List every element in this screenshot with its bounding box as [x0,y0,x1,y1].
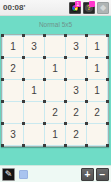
grid-cell[interactable] [3,80,23,101]
grid-cell[interactable]: 1 [45,58,65,79]
grid-cell[interactable] [45,80,65,101]
grid-cell[interactable]: 1 [87,80,107,101]
globe-badge: 1 [75,1,81,7]
grid-cell[interactable] [3,102,23,123]
top-bar: 00:08' 1 ? ◆ [0,0,111,16]
grid-cell[interactable]: 3 [3,124,23,145]
grid-cell[interactable] [24,102,44,123]
bottom-toolbar: ✎ + − [0,165,111,182]
globe-button[interactable]: 1 [69,2,81,14]
grid-cell[interactable]: 3 [66,36,86,57]
grid-cell[interactable]: 2 [66,124,86,145]
grid-cell[interactable] [24,58,44,79]
grid-cell[interactable]: 2 [87,102,107,123]
grid-cell[interactable]: 3 [66,80,86,101]
zoom-in-button[interactable]: + [81,168,94,181]
help-button[interactable]: ? [83,2,95,14]
slitherlink-app: { "game": "slitherlink", "position": "13… [0,0,111,182]
diamond-icon: ◆ [100,3,106,13]
timer: 00:08' [0,3,25,12]
zoom-out-button[interactable]: − [96,168,109,181]
help-badge [89,1,95,7]
color-swatch[interactable] [19,170,28,179]
grid-cell[interactable]: 3 [24,36,44,57]
grid-cell[interactable] [87,124,107,145]
puzzle-board: 1331211131222312 [1,34,109,147]
hint-button[interactable]: ◆ [97,2,109,14]
grid-cell[interactable]: 2 [3,58,23,79]
grid-cell[interactable] [24,124,44,145]
title-band: Normal 5x5 [0,16,111,33]
minus-icon: − [100,169,106,180]
pencil-tool-button[interactable]: ✎ [2,168,15,181]
grid-cell[interactable]: 1 [3,36,23,57]
grid-cell[interactable]: 1 [45,124,65,145]
grid-cell[interactable]: 1 [87,36,107,57]
slitherlink-grid: 1331211131222312 [2,35,108,146]
grid-cell[interactable]: 2 [66,102,86,123]
grid-cell[interactable]: 1 [24,80,44,101]
grid-cell[interactable] [66,58,86,79]
difficulty-title: Normal 5x5 [39,21,72,28]
plus-icon: + [85,169,91,180]
grid-cell[interactable]: 1 [87,58,107,79]
pencil-icon: ✎ [5,169,13,180]
grid-cell[interactable]: 2 [45,102,65,123]
grid-cell[interactable] [45,36,65,57]
